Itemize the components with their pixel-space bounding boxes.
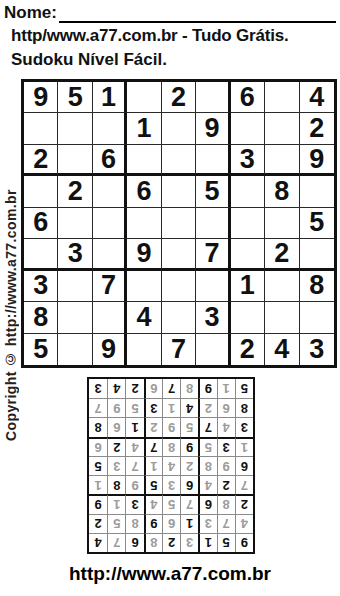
solution-cell-r6c8: 2	[107, 437, 125, 456]
cell-r1c7: 6	[231, 82, 265, 113]
cell-r5c6	[196, 208, 230, 239]
solution-cell-r9c4: 8	[180, 379, 198, 398]
solution-cell-r5c8: 3	[107, 456, 125, 475]
cell-r9c2	[58, 334, 92, 365]
cell-r1c1: 9	[24, 82, 58, 113]
site-header: http/www.a77.com.br - Tudo Grátis.	[11, 26, 289, 46]
solution-cell-r3c7: 3	[125, 494, 143, 513]
cell-r7c6	[196, 271, 230, 302]
solution-cell-r9c7: 2	[125, 379, 143, 398]
solution-cell-r5c2: 9	[217, 456, 235, 475]
cell-r9c5: 7	[162, 334, 196, 365]
solution-grid-rotated: 9513286744731698522867543197246359816982…	[87, 377, 255, 554]
solution-cell-r4c9: 1	[89, 475, 107, 494]
cell-r7c7: 1	[231, 271, 265, 302]
cell-r4c7	[231, 176, 265, 207]
solution-cell-r8c4: 4	[180, 398, 198, 417]
solution-cell-r7c2: 4	[217, 417, 235, 436]
solution-cell-r7c5: 9	[162, 417, 180, 436]
cell-r2c4: 1	[127, 113, 161, 144]
solution-cell-r9c8: 4	[107, 379, 125, 398]
cell-r8c5	[162, 302, 196, 333]
solution-cell-r2c5: 6	[162, 514, 180, 533]
solution-cell-r4c3: 4	[198, 475, 216, 494]
cell-r9c9: 3	[300, 334, 334, 365]
solution-cell-r3c3: 6	[198, 494, 216, 513]
solution-cell-r3c2: 8	[217, 494, 235, 513]
cell-r2c9: 2	[300, 113, 334, 144]
cell-r3c5	[162, 145, 196, 176]
cell-r8c7	[231, 302, 265, 333]
sudoku-sheet: Nome: http/www.a77.com.br - Tudo Grátis.…	[0, 0, 340, 596]
cell-r2c6: 9	[196, 113, 230, 144]
cell-r5c5	[162, 208, 196, 239]
solution-cell-r6c3: 5	[198, 437, 216, 456]
cell-r6c6: 7	[196, 239, 230, 270]
solution-cell-r9c9: 3	[89, 379, 107, 398]
solution-cell-r1c8: 7	[107, 533, 125, 552]
solution-cell-r6c6: 7	[144, 437, 162, 456]
solution-cell-r7c1: 3	[235, 417, 253, 436]
cell-r2c5	[162, 113, 196, 144]
solution-cell-r3c8: 1	[107, 494, 125, 513]
cell-r2c8	[265, 113, 299, 144]
cell-r4c4: 6	[127, 176, 161, 207]
cell-r7c2	[58, 271, 92, 302]
solution-cell-r4c6: 5	[144, 475, 162, 494]
cell-r6c9	[300, 239, 334, 270]
solution-cell-r6c2: 3	[217, 437, 235, 456]
cell-r4c5	[162, 176, 196, 207]
cell-r8c6: 3	[196, 302, 230, 333]
cell-r3c7: 3	[231, 145, 265, 176]
solution-cell-r8c6: 3	[144, 398, 162, 417]
cell-r7c3: 7	[93, 271, 127, 302]
cell-r5c9: 5	[300, 208, 334, 239]
cell-r1c3: 1	[93, 82, 127, 113]
cell-r7c8	[265, 271, 299, 302]
solution-cell-r1c6: 8	[144, 533, 162, 552]
solution-cell-r5c9: 5	[89, 456, 107, 475]
solution-cell-r3c4: 7	[180, 494, 198, 513]
solution-cell-r7c3: 7	[198, 417, 216, 436]
puzzle-title: Sudoku Nível Fácil.	[11, 50, 167, 70]
solution-cell-r2c2: 7	[217, 514, 235, 533]
solution-cell-r5c7: 7	[125, 456, 143, 475]
solution-cell-r6c9: 6	[89, 437, 107, 456]
solution-cell-r5c1: 6	[235, 456, 253, 475]
copyright-vertical-text: Copyright © http://www.a77.com.br	[1, 158, 20, 472]
solution-cell-r7c4: 5	[180, 417, 198, 436]
cell-r3c6	[196, 145, 230, 176]
cell-r1c6	[196, 82, 230, 113]
solution-cell-r5c3: 8	[198, 456, 216, 475]
solution-cell-r2c4: 1	[180, 514, 198, 533]
solution-cell-r4c7: 9	[125, 475, 143, 494]
solution-cell-r6c4: 9	[180, 437, 198, 456]
solution-cell-r8c1: 8	[235, 398, 253, 417]
cell-r3c1: 2	[24, 145, 58, 176]
cell-r7c4	[127, 271, 161, 302]
solution-cell-r4c4: 6	[180, 475, 198, 494]
solution-cell-r6c5: 8	[162, 437, 180, 456]
solution-cell-r7c6: 2	[144, 417, 162, 436]
cell-r1c5: 2	[162, 82, 196, 113]
solution-cell-r9c6: 6	[144, 379, 162, 398]
cell-r1c8	[265, 82, 299, 113]
solution-cell-r9c3: 9	[198, 379, 216, 398]
cell-r9c8: 4	[265, 334, 299, 365]
solution-cell-r5c5: 4	[162, 456, 180, 475]
cell-r7c5	[162, 271, 196, 302]
cell-r8c3	[93, 302, 127, 333]
solution-cell-r1c7: 6	[125, 533, 143, 552]
cell-r4c1	[24, 176, 58, 207]
footer-url: http://www.a77.com.br	[0, 563, 340, 585]
solution-cell-r1c9: 4	[89, 533, 107, 552]
solution-cell-r1c3: 1	[198, 533, 216, 552]
cell-r5c3	[93, 208, 127, 239]
cell-r6c4: 9	[127, 239, 161, 270]
solution-cell-r7c8: 6	[107, 417, 125, 436]
solution-cell-r8c2: 6	[217, 398, 235, 417]
cell-r2c1	[24, 113, 58, 144]
solution-cell-r3c9: 9	[89, 494, 107, 513]
solution-cell-r6c1: 1	[235, 437, 253, 456]
solution-cell-r8c5: 1	[162, 398, 180, 417]
solution-cell-r8c7: 5	[125, 398, 143, 417]
cell-r5c2	[58, 208, 92, 239]
solution-cell-r1c2: 5	[217, 533, 235, 552]
solution-cell-r2c3: 3	[198, 514, 216, 533]
cell-r4c2: 2	[58, 176, 92, 207]
solution-cell-r8c3: 2	[198, 398, 216, 417]
cell-r3c8	[265, 145, 299, 176]
cell-r8c4: 4	[127, 302, 161, 333]
name-blank-line	[59, 3, 336, 23]
solution-cell-r7c9: 8	[89, 417, 107, 436]
cell-r3c4	[127, 145, 161, 176]
solution-cell-r8c8: 9	[107, 398, 125, 417]
solution-cell-r9c1: 5	[235, 379, 253, 398]
solution-cell-r9c5: 7	[162, 379, 180, 398]
solution-cell-r2c1: 4	[235, 514, 253, 533]
cell-r9c7: 2	[231, 334, 265, 365]
solution-cell-r4c1: 7	[235, 475, 253, 494]
cell-r3c2	[58, 145, 92, 176]
cell-r4c3	[93, 176, 127, 207]
solution-cell-r9c2: 1	[217, 379, 235, 398]
name-row: Nome:	[4, 3, 338, 23]
cell-r6c3	[93, 239, 127, 270]
solution-cell-r5c4: 2	[180, 456, 198, 475]
cell-r1c2: 5	[58, 82, 92, 113]
cell-r9c3: 9	[93, 334, 127, 365]
cell-r5c8	[265, 208, 299, 239]
cell-r2c7	[231, 113, 265, 144]
cell-r2c2	[58, 113, 92, 144]
solution-cell-r8c9: 7	[89, 398, 107, 417]
solution-cell-r2c7: 8	[125, 514, 143, 533]
solution-cell-r6c7: 4	[125, 437, 143, 456]
solution-cell-r3c6: 4	[144, 494, 162, 513]
cell-r6c7	[231, 239, 265, 270]
sudoku-grid: 951264192263926586539723718843597243	[21, 79, 337, 368]
solution-cell-r4c2: 2	[217, 475, 235, 494]
solution-cell-r3c5: 5	[162, 494, 180, 513]
cell-r8c1: 8	[24, 302, 58, 333]
cell-r3c3: 6	[93, 145, 127, 176]
solution-cell-r2c8: 5	[107, 514, 125, 533]
cell-r5c1: 6	[24, 208, 58, 239]
cell-r6c1	[24, 239, 58, 270]
cell-r1c4	[127, 82, 161, 113]
cell-r7c1: 3	[24, 271, 58, 302]
solution-cell-r1c4: 3	[180, 533, 198, 552]
solution-cell-r4c8: 8	[107, 475, 125, 494]
cell-r6c8: 2	[265, 239, 299, 270]
cell-r5c7	[231, 208, 265, 239]
cell-r4c6: 5	[196, 176, 230, 207]
solution-cell-r2c6: 9	[144, 514, 162, 533]
cell-r9c1: 5	[24, 334, 58, 365]
solution-cell-r5c6: 1	[144, 456, 162, 475]
cell-r5c4	[127, 208, 161, 239]
cell-r9c6	[196, 334, 230, 365]
cell-r6c2: 3	[58, 239, 92, 270]
cell-r6c5	[162, 239, 196, 270]
cell-r4c8: 8	[265, 176, 299, 207]
cell-r8c8	[265, 302, 299, 333]
cell-r2c3	[93, 113, 127, 144]
solution-cell-r1c1: 9	[235, 533, 253, 552]
cell-r7c9: 8	[300, 271, 334, 302]
cell-r1c9: 4	[300, 82, 334, 113]
solution-cell-r1c5: 2	[162, 533, 180, 552]
solution-cell-r4c5: 3	[162, 475, 180, 494]
cell-r4c9	[300, 176, 334, 207]
solution-cell-r7c7: 1	[125, 417, 143, 436]
cell-r8c2	[58, 302, 92, 333]
cell-r3c9: 9	[300, 145, 334, 176]
cell-r9c4	[127, 334, 161, 365]
name-label: Nome:	[4, 3, 57, 23]
solution-cell-r3c1: 2	[235, 494, 253, 513]
solution-cell-r2c9: 2	[89, 514, 107, 533]
cell-r8c9	[300, 302, 334, 333]
